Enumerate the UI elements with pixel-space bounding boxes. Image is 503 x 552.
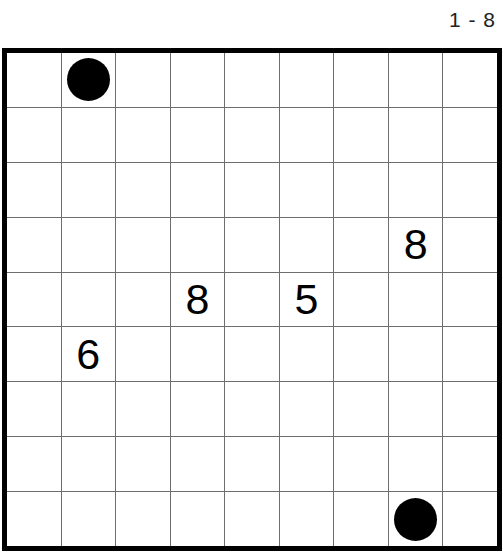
cell-r1c3[interactable]	[171, 108, 225, 162]
cell-r3c5[interactable]	[280, 218, 334, 272]
cell-r4c8[interactable]	[443, 273, 497, 327]
cell-r0c3[interactable]	[171, 53, 225, 107]
cell-r2c0[interactable]	[7, 163, 61, 217]
cell-r3c0[interactable]	[7, 218, 61, 272]
cell-r7c8[interactable]	[443, 437, 497, 491]
cell-r1c6[interactable]	[334, 108, 388, 162]
cell-r8c4[interactable]	[225, 492, 279, 546]
cell-r4c7[interactable]	[389, 273, 443, 327]
cell-r3c3[interactable]	[171, 218, 225, 272]
cell-r6c6[interactable]	[334, 382, 388, 436]
cell-r2c3[interactable]	[171, 163, 225, 217]
cell-r2c6[interactable]	[334, 163, 388, 217]
cell-r2c8[interactable]	[443, 163, 497, 217]
cell-r7c6[interactable]	[334, 437, 388, 491]
cell-r3c1[interactable]	[62, 218, 116, 272]
cell-r7c0[interactable]	[7, 437, 61, 491]
cell-r1c4[interactable]	[225, 108, 279, 162]
cell-r0c0[interactable]	[7, 53, 61, 107]
cell-r0c4[interactable]	[225, 53, 279, 107]
cell-r4c6[interactable]	[334, 273, 388, 327]
cell-r8c0[interactable]	[7, 492, 61, 546]
cell-r8c5[interactable]	[280, 492, 334, 546]
cell-r0c6[interactable]	[334, 53, 388, 107]
cell-r6c0[interactable]	[7, 382, 61, 436]
cell-r5c5[interactable]	[280, 327, 334, 381]
cell-r3c6[interactable]	[334, 218, 388, 272]
cell-r0c5[interactable]	[280, 53, 334, 107]
clue-number: 6	[76, 333, 100, 376]
cell-r0c8[interactable]	[443, 53, 497, 107]
cell-r5c2[interactable]	[116, 327, 170, 381]
cell-r5c4[interactable]	[225, 327, 279, 381]
cell-r1c1[interactable]	[62, 108, 116, 162]
cell-r2c1[interactable]	[62, 163, 116, 217]
cell-r2c4[interactable]	[225, 163, 279, 217]
cell-r6c4[interactable]	[225, 382, 279, 436]
clue-number: 5	[295, 278, 319, 321]
number-range-label: 1 - 8	[449, 9, 496, 31]
cell-r7c3[interactable]	[171, 437, 225, 491]
cell-r1c5[interactable]	[280, 108, 334, 162]
cell-r8c7[interactable]	[389, 492, 443, 546]
cell-r0c2[interactable]	[116, 53, 170, 107]
cell-r1c0[interactable]	[7, 108, 61, 162]
cell-r0c7[interactable]	[389, 53, 443, 107]
cell-r4c1[interactable]	[62, 273, 116, 327]
cell-r4c2[interactable]	[116, 273, 170, 327]
cell-r2c2[interactable]	[116, 163, 170, 217]
cell-r8c6[interactable]	[334, 492, 388, 546]
cell-r8c3[interactable]	[171, 492, 225, 546]
cell-r3c4[interactable]	[225, 218, 279, 272]
cell-r4c0[interactable]	[7, 273, 61, 327]
cell-r5c1[interactable]: 6	[62, 327, 116, 381]
cell-r5c7[interactable]	[389, 327, 443, 381]
cell-r1c7[interactable]	[389, 108, 443, 162]
cell-r4c4[interactable]	[225, 273, 279, 327]
cell-r5c0[interactable]	[7, 327, 61, 381]
cell-r6c2[interactable]	[116, 382, 170, 436]
cell-r2c7[interactable]	[389, 163, 443, 217]
clue-number: 8	[404, 223, 428, 266]
cell-r7c7[interactable]	[389, 437, 443, 491]
black-ball-piece	[394, 498, 437, 541]
cell-r5c3[interactable]	[171, 327, 225, 381]
cell-r8c2[interactable]	[116, 492, 170, 546]
black-ball-piece	[67, 58, 110, 101]
cell-r5c8[interactable]	[443, 327, 497, 381]
cell-r6c3[interactable]	[171, 382, 225, 436]
cell-r4c3[interactable]: 8	[171, 273, 225, 327]
cell-r6c8[interactable]	[443, 382, 497, 436]
cell-r8c1[interactable]	[62, 492, 116, 546]
cell-r6c1[interactable]	[62, 382, 116, 436]
clue-number: 8	[185, 278, 209, 321]
cell-r7c1[interactable]	[62, 437, 116, 491]
cell-r1c8[interactable]	[443, 108, 497, 162]
cell-r2c5[interactable]	[280, 163, 334, 217]
cell-r6c5[interactable]	[280, 382, 334, 436]
cell-r7c4[interactable]	[225, 437, 279, 491]
cell-r8c8[interactable]	[443, 492, 497, 546]
cell-r1c2[interactable]	[116, 108, 170, 162]
cell-r3c8[interactable]	[443, 218, 497, 272]
cell-r5c6[interactable]	[334, 327, 388, 381]
cell-r0c1[interactable]	[62, 53, 116, 107]
cell-r3c7[interactable]: 8	[389, 218, 443, 272]
cell-r6c7[interactable]	[389, 382, 443, 436]
puzzle-page: 1 - 8 8856	[0, 0, 503, 552]
cell-r7c2[interactable]	[116, 437, 170, 491]
cell-r4c5[interactable]: 5	[280, 273, 334, 327]
cell-r7c5[interactable]	[280, 437, 334, 491]
puzzle-board: 8856	[2, 48, 502, 551]
cell-r3c2[interactable]	[116, 218, 170, 272]
